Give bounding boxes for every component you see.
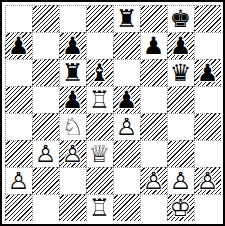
piece-black-pawn[interactable]: ♟ [6,33,32,59]
piece-black-king[interactable]: ♚ [168,6,194,32]
square-b2[interactable] [32,167,59,194]
square-f5[interactable] [140,86,167,113]
square-c4[interactable]: ♞♘ [59,113,86,140]
piece-black-pawn[interactable]: ♟ [168,33,194,59]
square-e2[interactable] [113,167,140,194]
square-h3[interactable] [194,140,221,167]
piece-black-pawn[interactable]: ♟ [195,60,221,86]
square-c1[interactable] [59,194,86,221]
square-f2[interactable]: ♟♙ [140,167,167,194]
square-a6[interactable] [5,59,32,86]
square-d6[interactable]: ♝♝ [86,59,113,86]
piece-white-rook[interactable]: ♖ [87,195,113,221]
piece-white-pawn[interactable]: ♙ [168,168,194,194]
piece-black-queen[interactable]: ♛ [168,60,194,86]
piece-black-pawn[interactable]: ♟ [141,33,167,59]
square-a5[interactable] [5,86,32,113]
square-g7[interactable]: ♟♟ [167,32,194,59]
square-e5[interactable]: ♟♟ [113,86,140,113]
piece-black-pawn[interactable]: ♟ [114,87,140,113]
square-b6[interactable] [32,59,59,86]
square-d1[interactable]: ♜♖ [86,194,113,221]
square-h4[interactable] [194,113,221,140]
square-d7[interactable] [86,32,113,59]
piece-black-pawn[interactable]: ♟ [60,33,86,59]
square-f4[interactable] [140,113,167,140]
square-f1[interactable] [140,194,167,221]
piece-black-rook[interactable]: ♜ [60,60,86,86]
square-g1[interactable]: ♚♔ [167,194,194,221]
square-b5[interactable] [32,86,59,113]
square-f7[interactable]: ♟♟ [140,32,167,59]
square-f3[interactable] [140,140,167,167]
square-b3[interactable]: ♟♙ [32,140,59,167]
piece-black-rook[interactable]: ♜ [114,6,140,32]
square-c6[interactable]: ♜♜ [59,59,86,86]
square-d8[interactable] [86,5,113,32]
square-g8[interactable]: ♚♚ [167,5,194,32]
square-a2[interactable]: ♟♙ [5,167,32,194]
square-b4[interactable] [32,113,59,140]
square-e1[interactable] [113,194,140,221]
square-f8[interactable] [140,5,167,32]
square-e8[interactable]: ♜♜ [113,5,140,32]
square-g5[interactable] [167,86,194,113]
square-b8[interactable] [32,5,59,32]
square-g2[interactable]: ♟♙ [167,167,194,194]
square-e6[interactable] [113,59,140,86]
square-c5[interactable]: ♟♟ [59,86,86,113]
piece-white-queen[interactable]: ♕ [87,141,113,167]
square-c7[interactable]: ♟♟ [59,32,86,59]
piece-black-bishop[interactable]: ♝ [87,60,113,86]
square-h8[interactable] [194,5,221,32]
square-g3[interactable] [167,140,194,167]
square-h6[interactable]: ♟♟ [194,59,221,86]
square-a8[interactable] [5,5,32,32]
square-h1[interactable] [194,194,221,221]
square-h2[interactable]: ♟♙ [194,167,221,194]
square-g4[interactable] [167,113,194,140]
square-f6[interactable] [140,59,167,86]
piece-white-pawn[interactable]: ♙ [33,141,59,167]
piece-white-knight[interactable]: ♘ [60,114,86,140]
square-b7[interactable] [32,32,59,59]
piece-white-pawn[interactable]: ♙ [195,168,221,194]
square-c3[interactable]: ♟♙ [59,140,86,167]
square-b1[interactable] [32,194,59,221]
square-e7[interactable] [113,32,140,59]
piece-white-pawn[interactable]: ♙ [60,141,86,167]
square-a7[interactable]: ♟♟ [5,32,32,59]
square-a4[interactable] [5,113,32,140]
square-d3[interactable]: ♛♕ [86,140,113,167]
chess-board: ♜♜♚♚♟♟♟♟♟♟♟♟♜♜♝♝♛♛♟♟♟♟♜♖♟♟♞♘♟♙♟♙♟♙♛♕♟♙♟♙… [5,5,221,221]
square-a3[interactable] [5,140,32,167]
square-a1[interactable] [5,194,32,221]
square-d2[interactable] [86,167,113,194]
piece-white-pawn[interactable]: ♙ [6,168,32,194]
square-e3[interactable] [113,140,140,167]
piece-black-pawn[interactable]: ♟ [60,87,86,113]
piece-white-pawn[interactable]: ♙ [114,114,140,140]
piece-white-king[interactable]: ♔ [168,195,194,221]
piece-white-pawn[interactable]: ♙ [141,168,167,194]
square-c8[interactable] [59,5,86,32]
square-h5[interactable] [194,86,221,113]
chess-board-frame: ♜♜♚♚♟♟♟♟♟♟♟♟♜♜♝♝♛♛♟♟♟♟♜♖♟♟♞♘♟♙♟♙♟♙♛♕♟♙♟♙… [0,0,225,226]
square-h7[interactable] [194,32,221,59]
piece-white-rook[interactable]: ♖ [87,87,113,113]
square-c2[interactable] [59,167,86,194]
square-d5[interactable]: ♜♖ [86,86,113,113]
square-e4[interactable]: ♟♙ [113,113,140,140]
square-g6[interactable]: ♛♛ [167,59,194,86]
square-d4[interactable] [86,113,113,140]
